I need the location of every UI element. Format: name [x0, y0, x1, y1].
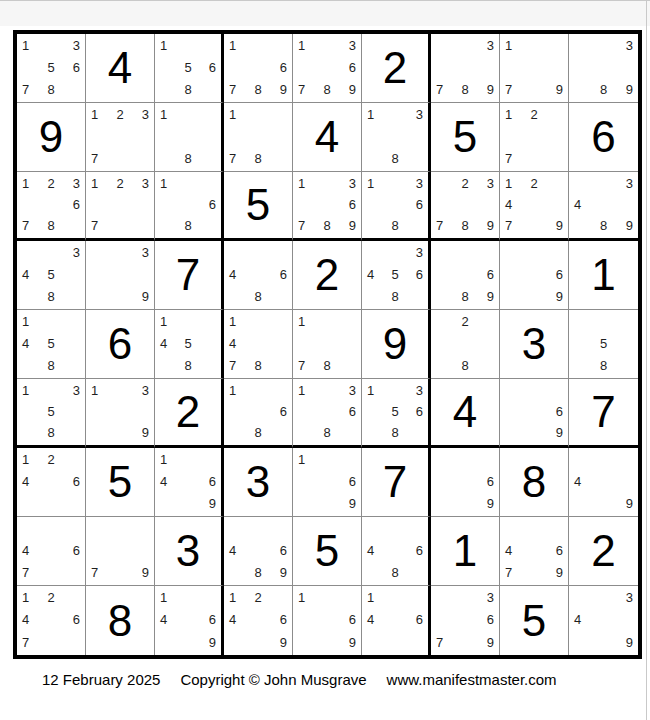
candidate-digit: 4 — [367, 544, 374, 557]
sudoku-cell-r4c4[interactable]: 468 — [224, 241, 293, 310]
candidate-grid: 1237 — [86, 103, 154, 171]
sudoku-cell-r4c8[interactable]: 69 — [500, 241, 569, 310]
candidate-digit: 6 — [73, 544, 80, 557]
candidate-digit: 5 — [184, 337, 191, 350]
candidate-digit: 4 — [160, 613, 167, 626]
candidate-digit: 5 — [184, 61, 191, 74]
candidate-grid: 136789 — [293, 172, 361, 238]
candidate-digit: 3 — [349, 384, 356, 397]
candidate-digit: 3 — [73, 246, 80, 259]
candidate-digit: 3 — [487, 39, 494, 52]
candidate-digit: 6 — [209, 61, 216, 74]
candidate-digit: 6 — [280, 405, 287, 418]
candidate-digit: 6 — [280, 61, 287, 74]
sudoku-cell-r3c5[interactable]: 136789 — [293, 172, 362, 241]
given-digit: 5 — [246, 183, 270, 227]
candidate-digit: 6 — [209, 198, 216, 211]
candidate-digit: 4 — [574, 475, 581, 488]
candidate-digit: 1 — [505, 177, 512, 190]
candidate-digit: 7 — [91, 152, 98, 165]
candidate-digit: 3 — [142, 177, 149, 190]
candidate-digit: 4 — [22, 268, 29, 281]
sudoku-cell-r5c8[interactable]: 3 — [500, 310, 569, 379]
candidate-digit: 7 — [229, 152, 236, 165]
sudoku-cell-r2c9[interactable]: 6 — [569, 103, 638, 172]
sudoku-cell-r4c5[interactable]: 2 — [293, 241, 362, 310]
candidate-digit: 8 — [254, 290, 261, 303]
sudoku-cell-r3c4[interactable]: 5 — [224, 172, 293, 241]
candidate-digit: 7 — [91, 219, 98, 232]
sudoku-cell-r7c2[interactable]: 5 — [86, 448, 155, 517]
candidate-digit: 4 — [22, 544, 29, 557]
candidate-grid: 169 — [293, 586, 361, 655]
candidate-digit: 9 — [209, 497, 216, 510]
candidate-digit: 1 — [160, 108, 167, 121]
candidate-grid: 12469 — [224, 586, 292, 655]
candidate-digit: 1 — [22, 177, 29, 190]
candidate-digit: 6 — [416, 268, 423, 281]
candidate-digit: 9 — [142, 426, 149, 439]
candidate-digit: 7 — [436, 636, 443, 649]
candidate-digit: 2 — [116, 177, 123, 190]
candidate-digit: 3 — [487, 591, 494, 604]
sudoku-cell-r7c5[interactable]: 169 — [293, 448, 362, 517]
candidate-digit: 9 — [349, 497, 356, 510]
candidate-grid: 123678 — [17, 172, 85, 238]
candidate-digit: 1 — [160, 591, 167, 604]
candidate-grid: 1237 — [86, 172, 154, 238]
candidate-grid: 39 — [86, 241, 154, 309]
given-digit: 1 — [453, 529, 477, 573]
candidate-digit: 4 — [22, 337, 29, 350]
candidate-digit: 2 — [461, 315, 468, 328]
given-digit: 6 — [591, 115, 615, 159]
candidate-digit: 8 — [323, 426, 330, 439]
given-digit: 8 — [108, 599, 132, 643]
candidate-digit: 8 — [391, 219, 398, 232]
candidate-digit: 9 — [142, 290, 149, 303]
candidate-grid: 1246 — [17, 448, 85, 516]
candidate-digit: 9 — [556, 566, 563, 579]
candidate-digit: 1 — [505, 108, 512, 121]
given-digit: 7 — [176, 253, 200, 297]
candidate-digit: 9 — [349, 83, 356, 96]
sudoku-cell-r9c1[interactable]: 12467 — [17, 586, 86, 655]
sudoku-cell-r2c5[interactable]: 4 — [293, 103, 362, 172]
page-edge-line — [646, 0, 647, 720]
candidate-digit: 9 — [626, 83, 633, 96]
sudoku-cell-r9c7[interactable]: 3679 — [431, 586, 500, 655]
sudoku-cell-r8c4[interactable]: 4689 — [224, 517, 293, 586]
candidate-grid: 127 — [500, 103, 568, 171]
sudoku-cell-r9c5[interactable]: 169 — [293, 586, 362, 655]
candidate-digit: 1 — [91, 177, 98, 190]
sudoku-cell-r1c8[interactable]: 179 — [500, 34, 569, 103]
candidate-digit: 4 — [22, 475, 29, 488]
candidate-grid: 689 — [431, 241, 499, 309]
candidate-grid: 1568 — [155, 34, 221, 102]
given-digit: 9 — [383, 322, 407, 366]
candidate-digit: 1 — [298, 39, 305, 52]
candidate-digit: 8 — [47, 83, 54, 96]
sudoku-cell-r4c3[interactable]: 7 — [155, 241, 224, 310]
candidate-digit: 3 — [73, 177, 80, 190]
candidate-grid: 1469 — [155, 586, 221, 655]
sudoku-cell-r4c7[interactable]: 689 — [431, 241, 500, 310]
candidate-digit: 7 — [229, 83, 236, 96]
sudoku-cell-r1c1[interactable]: 135678 — [17, 34, 86, 103]
candidate-digit: 7 — [505, 566, 512, 579]
candidate-digit: 1 — [367, 177, 374, 190]
sudoku-cell-r5c2[interactable]: 6 — [86, 310, 155, 379]
given-digit: 8 — [522, 460, 546, 504]
candidate-grid: 139 — [86, 379, 154, 445]
sudoku-cell-r6c8[interactable]: 69 — [500, 379, 569, 448]
candidate-digit: 1 — [91, 108, 98, 121]
candidate-digit: 3 — [626, 39, 633, 52]
candidate-digit: 4 — [574, 198, 581, 211]
candidate-grid: 1368 — [293, 379, 361, 445]
given-digit: 4 — [108, 46, 132, 90]
sudoku-cell-r5c5[interactable]: 178 — [293, 310, 362, 379]
candidate-digit: 9 — [556, 83, 563, 96]
candidate-digit: 8 — [391, 566, 398, 579]
given-digit: 2 — [176, 390, 200, 434]
given-digit: 1 — [591, 253, 615, 297]
candidate-digit: 5 — [47, 61, 54, 74]
candidate-digit: 9 — [626, 636, 633, 649]
sudoku-cell-r7c3[interactable]: 1469 — [155, 448, 224, 517]
candidate-digit: 5 — [47, 337, 54, 350]
candidate-digit: 1 — [298, 591, 305, 604]
candidate-grid: 168 — [155, 172, 221, 238]
candidate-grid: 468 — [224, 241, 292, 309]
candidate-digit: 6 — [73, 198, 80, 211]
candidate-grid: 79 — [86, 517, 154, 585]
sudoku-cell-r5c6[interactable]: 9 — [362, 310, 431, 379]
sudoku-cell-r6c7[interactable]: 4 — [431, 379, 500, 448]
candidate-grid: 179 — [500, 34, 568, 102]
sudoku-cell-r2c6[interactable]: 138 — [362, 103, 431, 172]
candidate-digit: 7 — [505, 219, 512, 232]
candidate-digit: 1 — [298, 384, 305, 397]
candidate-digit: 9 — [280, 83, 287, 96]
candidate-digit: 8 — [184, 83, 191, 96]
candidate-digit: 8 — [254, 83, 261, 96]
candidate-digit: 6 — [280, 613, 287, 626]
candidate-digit: 4 — [160, 337, 167, 350]
candidate-grid: 3458 — [17, 241, 85, 309]
candidate-grid: 178 — [293, 310, 361, 378]
candidate-digit: 7 — [22, 566, 29, 579]
candidate-grid: 49 — [569, 448, 638, 516]
sudoku-cell-r4c2[interactable]: 39 — [86, 241, 155, 310]
candidate-digit: 4 — [229, 337, 236, 350]
candidate-grid: 3489 — [569, 172, 638, 238]
candidate-digit: 7 — [229, 359, 236, 372]
sudoku-cell-r9c3[interactable]: 1469 — [155, 586, 224, 655]
window-top-band — [0, 0, 650, 26]
candidate-grid: 1368 — [362, 172, 428, 238]
candidate-grid: 3789 — [431, 34, 499, 102]
candidate-digit: 6 — [556, 544, 563, 557]
candidate-digit: 4 — [505, 544, 512, 557]
given-digit: 3 — [522, 322, 546, 366]
candidate-grid: 146 — [362, 586, 428, 655]
given-digit: 2 — [591, 529, 615, 573]
candidate-digit: 5 — [391, 405, 398, 418]
sudoku-cell-r4c1[interactable]: 3458 — [17, 241, 86, 310]
sudoku-cell-r7c7[interactable]: 69 — [431, 448, 500, 517]
candidate-digit: 8 — [461, 83, 468, 96]
sudoku-cell-r7c4[interactable]: 3 — [224, 448, 293, 517]
sudoku-cell-r9c6[interactable]: 146 — [362, 586, 431, 655]
candidate-grid: 4689 — [224, 517, 292, 585]
candidate-digit: 8 — [600, 83, 607, 96]
candidate-digit: 3 — [349, 39, 356, 52]
candidate-digit: 1 — [367, 108, 374, 121]
sudoku-cell-r8c9[interactable]: 2 — [569, 517, 638, 586]
candidate-digit: 1 — [298, 315, 305, 328]
sudoku-cell-r9c2[interactable]: 8 — [86, 586, 155, 655]
sudoku-cell-r1c2[interactable]: 4 — [86, 34, 155, 103]
candidate-grid: 468 — [362, 517, 428, 585]
sudoku-cell-r5c4[interactable]: 1478 — [224, 310, 293, 379]
candidate-digit: 4 — [229, 613, 236, 626]
candidate-digit: 6 — [349, 475, 356, 488]
candidate-digit: 1 — [229, 39, 236, 52]
candidate-grid: 138 — [362, 103, 428, 171]
candidate-digit: 3 — [73, 384, 80, 397]
candidate-digit: 9 — [556, 219, 563, 232]
sudoku-cell-r9c9[interactable]: 349 — [569, 586, 638, 655]
candidate-digit: 7 — [22, 636, 29, 649]
candidate-digit: 9 — [487, 636, 494, 649]
sudoku-cell-r9c8[interactable]: 5 — [500, 586, 569, 655]
candidate-grid: 3679 — [431, 586, 499, 655]
sudoku-cell-r9c4[interactable]: 12469 — [224, 586, 293, 655]
candidate-digit: 7 — [505, 152, 512, 165]
candidate-digit: 9 — [209, 636, 216, 649]
candidate-digit: 6 — [556, 405, 563, 418]
footer: 12 February 2025 Copyright © John Musgra… — [42, 671, 557, 688]
candidate-digit: 6 — [280, 268, 287, 281]
sudoku-cell-r1c6[interactable]: 2 — [362, 34, 431, 103]
candidate-digit: 6 — [73, 613, 80, 626]
candidate-grid: 28 — [431, 310, 499, 378]
candidate-digit: 1 — [367, 384, 374, 397]
sudoku-cell-r1c4[interactable]: 16789 — [224, 34, 293, 103]
candidate-digit: 2 — [116, 108, 123, 121]
candidate-grid: 69 — [431, 448, 499, 516]
candidate-grid: 178 — [224, 103, 292, 171]
sudoku-cell-r2c4[interactable]: 178 — [224, 103, 293, 172]
candidate-digit: 1 — [229, 384, 236, 397]
candidate-digit: 2 — [461, 177, 468, 190]
candidate-grid: 135678 — [17, 34, 85, 102]
sudoku-cell-r1c9[interactable]: 389 — [569, 34, 638, 103]
sudoku-cell-r2c1[interactable]: 9 — [17, 103, 86, 172]
sudoku-cell-r6c1[interactable]: 1358 — [17, 379, 86, 448]
candidate-digit: 8 — [323, 83, 330, 96]
sudoku-cell-r8c8[interactable]: 4679 — [500, 517, 569, 586]
candidate-digit: 4 — [229, 268, 236, 281]
candidate-grid: 69 — [500, 241, 568, 309]
candidate-grid: 12467 — [17, 586, 85, 655]
candidate-digit: 8 — [184, 219, 191, 232]
copyright-text: Copyright © John Musgrave — [180, 671, 366, 688]
sudoku-cell-r1c3[interactable]: 1568 — [155, 34, 224, 103]
candidate-digit: 9 — [349, 636, 356, 649]
sudoku-cell-r3c1[interactable]: 123678 — [17, 172, 86, 241]
candidate-digit: 6 — [416, 544, 423, 557]
sudoku-cell-r6c6[interactable]: 13568 — [362, 379, 431, 448]
candidate-digit: 5 — [391, 268, 398, 281]
candidate-digit: 8 — [184, 152, 191, 165]
candidate-digit: 4 — [367, 268, 374, 281]
candidate-digit: 2 — [47, 591, 54, 604]
candidate-digit: 9 — [487, 497, 494, 510]
candidate-digit: 1 — [160, 453, 167, 466]
candidate-grid: 12479 — [500, 172, 568, 238]
sudoku-cell-r7c9[interactable]: 49 — [569, 448, 638, 517]
sudoku-cell-r8c6[interactable]: 468 — [362, 517, 431, 586]
sudoku-cell-r3c8[interactable]: 12479 — [500, 172, 569, 241]
sudoku-cell-r2c3[interactable]: 18 — [155, 103, 224, 172]
candidate-digit: 9 — [349, 219, 356, 232]
candidate-digit: 6 — [73, 475, 80, 488]
sudoku-cell-r3c3[interactable]: 168 — [155, 172, 224, 241]
candidate-digit: 1 — [22, 384, 29, 397]
sudoku-cell-r3c7[interactable]: 23789 — [431, 172, 500, 241]
sudoku-cell-r3c6[interactable]: 1368 — [362, 172, 431, 241]
sudoku-cell-r1c7[interactable]: 3789 — [431, 34, 500, 103]
sudoku-cell-r6c9[interactable]: 7 — [569, 379, 638, 448]
sudoku-cell-r7c6[interactable]: 7 — [362, 448, 431, 517]
candidate-digit: 8 — [323, 359, 330, 372]
candidate-digit: 3 — [626, 177, 633, 190]
candidate-digit: 3 — [142, 108, 149, 121]
candidate-digit: 4 — [22, 613, 29, 626]
candidate-grid: 1469 — [155, 448, 221, 516]
given-digit: 3 — [246, 460, 270, 504]
sudoku-cell-r5c3[interactable]: 1458 — [155, 310, 224, 379]
sudoku-cell-r5c7[interactable]: 28 — [431, 310, 500, 379]
sudoku-cell-r5c9[interactable]: 58 — [569, 310, 638, 379]
candidate-digit: 1 — [298, 177, 305, 190]
candidate-digit: 6 — [487, 475, 494, 488]
candidate-digit: 3 — [416, 177, 423, 190]
candidate-digit: 8 — [391, 152, 398, 165]
candidate-digit: 3 — [349, 177, 356, 190]
candidate-digit: 4 — [367, 613, 374, 626]
sudoku-cell-r7c1[interactable]: 1246 — [17, 448, 86, 517]
candidate-digit: 5 — [47, 405, 54, 418]
candidate-digit: 9 — [487, 83, 494, 96]
candidate-digit: 5 — [600, 337, 607, 350]
sudoku-cell-r6c2[interactable]: 139 — [86, 379, 155, 448]
candidate-digit: 6 — [73, 61, 80, 74]
candidate-digit: 1 — [22, 591, 29, 604]
candidate-digit: 1 — [505, 39, 512, 52]
candidate-digit: 4 — [160, 475, 167, 488]
sudoku-cell-r2c7[interactable]: 5 — [431, 103, 500, 172]
candidate-digit: 8 — [461, 359, 468, 372]
candidate-digit: 9 — [626, 219, 633, 232]
candidate-digit: 6 — [349, 613, 356, 626]
given-digit: 5 — [453, 115, 477, 159]
sudoku-cell-r8c3[interactable]: 3 — [155, 517, 224, 586]
candidate-digit: 7 — [298, 219, 305, 232]
candidate-digit: 9 — [487, 290, 494, 303]
candidate-digit: 9 — [626, 497, 633, 510]
candidate-grid: 4679 — [500, 517, 568, 585]
candidate-digit: 1 — [160, 39, 167, 52]
candidate-digit: 7 — [436, 219, 443, 232]
given-digit: 4 — [315, 115, 339, 159]
candidate-digit: 7 — [436, 83, 443, 96]
candidate-digit: 8 — [461, 219, 468, 232]
candidate-grid: 34568 — [362, 241, 428, 309]
sudoku-cell-r8c2[interactable]: 79 — [86, 517, 155, 586]
sudoku-cell-r7c8[interactable]: 8 — [500, 448, 569, 517]
candidate-grid: 389 — [569, 34, 638, 102]
sudoku-cell-r3c2[interactable]: 1237 — [86, 172, 155, 241]
sudoku-cell-r4c9[interactable]: 1 — [569, 241, 638, 310]
candidate-grid: 69 — [500, 379, 568, 445]
candidate-digit: 3 — [416, 108, 423, 121]
sudoku-cell-r3c9[interactable]: 3489 — [569, 172, 638, 241]
candidate-digit: 1 — [298, 453, 305, 466]
candidate-grid: 18 — [155, 103, 221, 171]
given-digit: 5 — [315, 529, 339, 573]
candidate-digit: 1 — [229, 315, 236, 328]
candidate-grid: 16789 — [224, 34, 292, 102]
sudoku-cell-r8c5[interactable]: 5 — [293, 517, 362, 586]
candidate-digit: 9 — [556, 290, 563, 303]
candidate-digit: 1 — [22, 39, 29, 52]
candidate-grid: 13568 — [362, 379, 428, 445]
candidate-digit: 8 — [391, 290, 398, 303]
given-digit: 5 — [522, 599, 546, 643]
candidate-grid: 58 — [569, 310, 638, 378]
sudoku-cell-r8c7[interactable]: 1 — [431, 517, 500, 586]
candidate-digit: 8 — [254, 152, 261, 165]
sudoku-board: 1356784156816789136789237891793899123718… — [13, 30, 642, 659]
candidate-digit: 8 — [47, 359, 54, 372]
sudoku-cell-r8c1[interactable]: 467 — [17, 517, 86, 586]
candidate-digit: 1 — [160, 315, 167, 328]
sudoku-cell-r1c5[interactable]: 136789 — [293, 34, 362, 103]
candidate-grid: 1358 — [17, 379, 85, 445]
candidate-digit: 6 — [487, 268, 494, 281]
candidate-grid: 1458 — [155, 310, 221, 378]
candidate-digit: 9 — [487, 219, 494, 232]
sudoku-cell-r2c2[interactable]: 1237 — [86, 103, 155, 172]
sudoku-cell-r4c6[interactable]: 34568 — [362, 241, 431, 310]
candidate-digit: 2 — [530, 108, 537, 121]
candidate-digit: 8 — [600, 359, 607, 372]
sudoku-cell-r5c1[interactable]: 1458 — [17, 310, 86, 379]
candidate-digit: 6 — [349, 405, 356, 418]
sudoku-cell-r6c5[interactable]: 1368 — [293, 379, 362, 448]
candidate-grid: 136789 — [293, 34, 361, 102]
candidate-digit: 3 — [416, 384, 423, 397]
sudoku-cell-r2c8[interactable]: 127 — [500, 103, 569, 172]
sudoku-cell-r6c4[interactable]: 168 — [224, 379, 293, 448]
sudoku-cell-r6c3[interactable]: 2 — [155, 379, 224, 448]
given-digit: 2 — [383, 46, 407, 90]
